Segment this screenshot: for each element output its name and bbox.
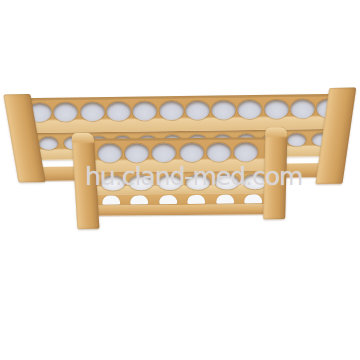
tube-hole <box>179 143 203 162</box>
base-gap <box>187 195 205 204</box>
tube-hole <box>264 99 288 118</box>
base-gap <box>131 195 149 204</box>
tube-hole <box>133 101 157 120</box>
tube-hole <box>238 100 262 119</box>
base-gap <box>102 196 120 205</box>
tube-hole <box>39 137 58 150</box>
base-gap <box>244 194 262 203</box>
small-rack-base-rail <box>88 204 276 216</box>
tube-hole <box>80 102 104 121</box>
watermark: hu.cland-med.com <box>85 162 302 191</box>
tube-hole <box>106 102 130 121</box>
tube-hole <box>234 142 258 161</box>
tube-hole <box>54 102 78 121</box>
tube-hole <box>290 99 314 118</box>
base-gap <box>159 195 177 204</box>
base-gap <box>216 195 234 204</box>
tube-hole <box>185 101 209 120</box>
tube-hole <box>125 143 149 162</box>
tube-hole <box>152 143 176 162</box>
tube-hole <box>206 143 230 162</box>
tube-hole <box>212 100 236 119</box>
tube-hole <box>98 144 122 163</box>
product-photo: hu.cland-med.com <box>0 0 360 360</box>
tube-hole <box>159 101 183 120</box>
